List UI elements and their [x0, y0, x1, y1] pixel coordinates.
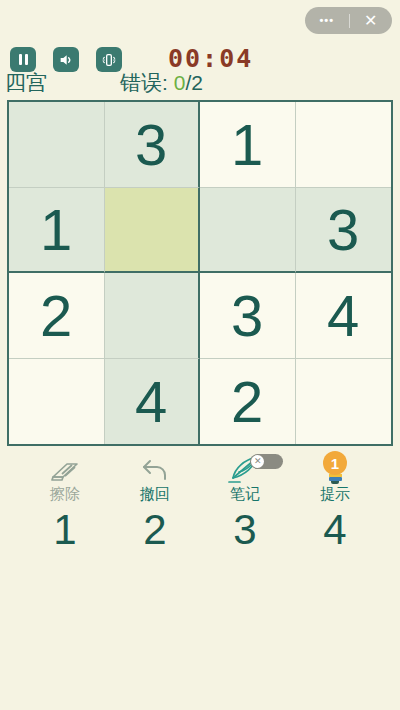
close-icon[interactable]: ✕ [364, 13, 377, 29]
lightbulb-icon: 1 [323, 451, 347, 484]
speaker-icon [58, 52, 74, 68]
pause-icon [19, 54, 28, 65]
notes-button[interactable]: ✕ 笔记 [200, 452, 290, 504]
vibrate-icon [101, 52, 117, 68]
cell-r2c2[interactable]: 3 [200, 273, 296, 359]
cell-r0c1[interactable]: 3 [105, 102, 201, 188]
difficulty-label: 四宫 [5, 69, 47, 97]
hint-label: 提示 [320, 485, 350, 504]
undo-button[interactable]: 撤回 [110, 452, 200, 504]
errors-label: 错误: [120, 71, 168, 94]
cell-r0c0[interactable] [9, 102, 105, 188]
toolbar: 擦除 撤回 ✕ 笔记 [20, 452, 380, 504]
cell-r1c3[interactable]: 3 [296, 188, 392, 274]
undo-label: 撤回 [140, 485, 170, 504]
cell-r2c0[interactable]: 2 [9, 273, 105, 359]
cell-r0c2[interactable]: 1 [200, 102, 296, 188]
notes-label: 笔记 [230, 485, 260, 504]
numpad-key-1[interactable]: 1 [20, 506, 110, 554]
number-pad: 1 2 3 4 [20, 506, 380, 554]
errors-total: /2 [185, 71, 203, 94]
eraser-icon [48, 458, 82, 484]
undo-arrow-icon [140, 458, 170, 484]
mini-program-capsule: ••• ✕ [305, 7, 392, 34]
errors-current: 0 [174, 71, 186, 94]
vibrate-button[interactable] [96, 47, 122, 72]
cell-r3c0[interactable] [9, 359, 105, 445]
numpad-key-3[interactable]: 3 [200, 506, 290, 554]
cell-r3c2[interactable]: 2 [200, 359, 296, 445]
cell-r3c1[interactable]: 4 [105, 359, 201, 445]
notes-toggle-off[interactable]: ✕ [250, 454, 283, 469]
cell-r1c1-selected[interactable] [105, 188, 201, 274]
numpad-key-4[interactable]: 4 [290, 506, 380, 554]
menu-dots-icon[interactable]: ••• [320, 15, 335, 26]
sudoku-board: 3 1 1 3 2 3 4 4 2 [7, 100, 393, 446]
sound-button[interactable] [53, 47, 79, 72]
cell-r1c0[interactable]: 1 [9, 188, 105, 274]
toggle-x-icon: ✕ [251, 455, 264, 468]
erase-button[interactable]: 擦除 [20, 452, 110, 504]
cell-r2c3[interactable]: 4 [296, 273, 392, 359]
numpad-key-2[interactable]: 2 [110, 506, 200, 554]
cell-r0c3[interactable] [296, 102, 392, 188]
hint-count-badge: 1 [323, 451, 347, 475]
capsule-divider [349, 14, 350, 28]
cell-r1c2[interactable] [200, 188, 296, 274]
hint-button[interactable]: 1 提示 [290, 452, 380, 504]
erase-label: 擦除 [50, 485, 80, 504]
cell-r3c3[interactable] [296, 359, 392, 445]
errors-counter: 错误: 0/2 [120, 69, 203, 97]
cell-r2c1[interactable] [105, 273, 201, 359]
